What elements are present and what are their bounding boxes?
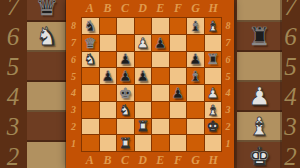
- bg-square-h6: ♜: [237, 22, 282, 52]
- black-pawn[interactable]: ♟: [119, 69, 132, 83]
- bg-rank-right-3: 3: [281, 112, 300, 142]
- bg-rank-left-5: 5: [0, 52, 26, 82]
- rank-label-left-3: 3: [66, 101, 81, 118]
- square-f1[interactable]: [170, 135, 187, 151]
- chess-app: 765432 ♛♞ ♜♟♝♚ 765432 ABCDEFGH 87654321 …: [0, 0, 300, 168]
- square-a4[interactable]: [82, 85, 99, 101]
- bg-rank-left-2: 2: [0, 142, 26, 168]
- square-b8[interactable]: [100, 18, 117, 34]
- square-h5[interactable]: [205, 68, 222, 84]
- file-label-bottom-B: B: [99, 152, 117, 168]
- background-file-h: ♜♟♝♚: [237, 0, 282, 168]
- file-label-bottom-D: D: [134, 152, 152, 168]
- square-a2[interactable]: [82, 119, 99, 135]
- bg-white-king: ♚: [248, 142, 270, 168]
- square-d4[interactable]: [135, 85, 152, 101]
- square-b3[interactable]: [100, 102, 117, 118]
- white-knight[interactable]: ♞: [119, 103, 132, 117]
- bg-square-a6: ♞: [27, 22, 67, 52]
- rank-labels-left: 87654321: [66, 17, 81, 152]
- bg-rank-right-6: 6: [281, 22, 300, 52]
- square-h4[interactable]: ♟: [205, 85, 222, 101]
- rank-label-left-5: 5: [66, 68, 81, 85]
- square-d2[interactable]: ♜: [135, 119, 152, 135]
- square-c7[interactable]: [117, 35, 134, 51]
- white-rook[interactable]: ♜: [119, 136, 132, 150]
- rank-label-left-8: 8: [66, 17, 81, 34]
- square-g6[interactable]: ♟: [187, 52, 204, 68]
- square-c4[interactable]: ♚: [117, 85, 134, 101]
- rank-label-right-4: 4: [222, 85, 234, 102]
- bg-white-pawn: ♟: [248, 82, 270, 112]
- bg-rank-right-2: 2: [281, 142, 300, 168]
- square-c3[interactable]: ♞: [117, 102, 134, 118]
- file-labels-bottom: ABCDEFGH: [81, 152, 222, 168]
- bg-square-h4: ♟: [237, 82, 282, 112]
- rank-label-left-6: 6: [66, 51, 81, 68]
- white-bishop[interactable]: ♝: [206, 19, 219, 33]
- black-pawn[interactable]: ♟: [154, 36, 167, 50]
- square-b1[interactable]: [100, 135, 117, 151]
- square-b5[interactable]: ♟: [100, 68, 117, 84]
- square-h8[interactable]: ♝: [205, 18, 222, 34]
- square-h1[interactable]: [205, 135, 222, 151]
- file-label-top-C: C: [116, 0, 134, 17]
- square-b7[interactable]: [100, 35, 117, 51]
- background-rank-labels-left: 765432: [0, 0, 26, 168]
- square-g3[interactable]: [187, 102, 204, 118]
- bg-square-h5: [237, 52, 282, 82]
- file-label-top-D: D: [134, 0, 152, 17]
- rank-label-right-6: 6: [222, 51, 234, 68]
- file-label-bottom-G: G: [187, 152, 205, 168]
- white-bishop[interactable]: ♝: [206, 103, 219, 117]
- square-f7[interactable]: [170, 35, 187, 51]
- black-pawn[interactable]: ♟: [189, 52, 202, 66]
- square-f4[interactable]: ♟: [170, 85, 187, 101]
- bg-square-h3: ♝: [237, 112, 282, 142]
- rank-label-left-4: 4: [66, 85, 81, 102]
- square-f3[interactable]: [170, 102, 187, 118]
- file-label-top-H: H: [204, 0, 222, 17]
- square-d3[interactable]: [135, 102, 152, 118]
- black-rook[interactable]: ♜: [206, 52, 219, 66]
- square-e7[interactable]: ♟: [152, 35, 169, 51]
- rank-label-right-7: 7: [222, 34, 234, 51]
- file-label-bottom-H: H: [204, 152, 222, 168]
- file-label-bottom-F: F: [169, 152, 187, 168]
- rank-label-right-8: 8: [222, 17, 234, 34]
- file-label-top-F: F: [169, 0, 187, 17]
- rank-label-right-2: 2: [222, 118, 234, 135]
- bg-rank-left-6: 6: [0, 22, 26, 52]
- rank-label-right-3: 3: [222, 101, 234, 118]
- file-label-bottom-C: C: [116, 152, 134, 168]
- bg-square-h7: [237, 0, 282, 22]
- square-h7[interactable]: [205, 35, 222, 51]
- square-g5[interactable]: ♝: [187, 68, 204, 84]
- bg-rank-left-3: 3: [0, 112, 26, 142]
- bg-white-bishop: ♝: [248, 112, 270, 142]
- square-e8[interactable]: [152, 18, 169, 34]
- square-e3[interactable]: [152, 102, 169, 118]
- file-label-top-G: G: [187, 0, 205, 17]
- bg-rank-right-5: 5: [281, 52, 300, 82]
- board-squares: ♞♝♝♛♟♟♞♟♟♜♟♟♟♝♚♟♟♞♝♜♚♜: [81, 17, 222, 152]
- square-d8[interactable]: [135, 18, 152, 34]
- black-king[interactable]: ♚: [119, 86, 132, 100]
- square-b6[interactable]: [100, 52, 117, 68]
- square-g4[interactable]: [187, 85, 204, 101]
- square-f6[interactable]: [170, 52, 187, 68]
- square-b2[interactable]: [100, 119, 117, 135]
- bg-rank-left-4: 4: [0, 82, 26, 112]
- square-g2[interactable]: [187, 119, 204, 135]
- square-c8[interactable]: [117, 18, 134, 34]
- rank-label-left-7: 7: [66, 34, 81, 51]
- square-a3[interactable]: [82, 102, 99, 118]
- bg-square-a4: [27, 82, 67, 112]
- square-a7[interactable]: ♛: [82, 35, 99, 51]
- square-b4[interactable]: [100, 85, 117, 101]
- white-rook[interactable]: ♜: [136, 119, 149, 133]
- square-h6[interactable]: ♜: [205, 52, 222, 68]
- square-f5[interactable]: [170, 68, 187, 84]
- square-f2[interactable]: [170, 119, 187, 135]
- square-d1[interactable]: [135, 135, 152, 151]
- black-pawn[interactable]: ♟: [119, 52, 132, 66]
- rank-label-left-1: 1: [66, 135, 81, 152]
- rank-label-right-1: 1: [222, 135, 234, 152]
- file-label-top-B: B: [99, 0, 117, 17]
- bg-square-a3: [27, 112, 67, 142]
- bg-black-rook: ♜: [248, 22, 270, 52]
- bg-white-knight: ♞: [36, 22, 58, 52]
- square-e4[interactable]: [152, 85, 169, 101]
- bg-rank-right-7: 7: [281, 0, 300, 22]
- square-e1[interactable]: [152, 135, 169, 151]
- square-c1[interactable]: ♜: [117, 135, 134, 151]
- black-pawn[interactable]: ♟: [136, 69, 149, 83]
- black-knight[interactable]: ♞: [84, 19, 97, 33]
- bg-rank-left-7: 7: [0, 0, 26, 22]
- square-h2[interactable]: ♚: [205, 119, 222, 135]
- rank-labels-right: 87654321: [222, 17, 234, 152]
- file-labels-top: ABCDEFGH: [81, 0, 222, 17]
- bg-square-a7: ♛: [27, 0, 67, 22]
- square-d6[interactable]: [135, 52, 152, 68]
- square-e6[interactable]: [152, 52, 169, 68]
- square-f8[interactable]: [170, 18, 187, 34]
- black-pawn[interactable]: ♟: [101, 69, 114, 83]
- bg-black-queen: ♛: [36, 0, 58, 22]
- square-a8[interactable]: ♞: [82, 18, 99, 34]
- square-a5[interactable]: [82, 68, 99, 84]
- square-c2[interactable]: [117, 119, 134, 135]
- bg-square-h2: ♚: [237, 142, 282, 168]
- square-d5[interactable]: ♟: [135, 68, 152, 84]
- background-file-a: ♛♞: [27, 0, 67, 168]
- square-a1[interactable]: [82, 135, 99, 151]
- black-pawn[interactable]: ♟: [171, 86, 184, 100]
- background-rank-labels-right: 765432: [281, 0, 300, 168]
- chessboard: ABCDEFGH 87654321 ♞♝♝♛♟♟♞♟♟♜♟♟♟♝♚♟♟♞♝♜♚♜…: [66, 0, 234, 168]
- rank-label-left-2: 2: [66, 118, 81, 135]
- file-label-bottom-E: E: [152, 152, 170, 168]
- square-c5[interactable]: ♟: [117, 68, 134, 84]
- square-d7[interactable]: ♟: [135, 35, 152, 51]
- white-king[interactable]: ♚: [206, 119, 219, 133]
- white-knight[interactable]: ♞: [84, 52, 97, 66]
- white-pawn[interactable]: ♟: [206, 86, 219, 100]
- square-g8[interactable]: ♝: [187, 18, 204, 34]
- bg-square-a2: [27, 142, 67, 168]
- file-label-top-A: A: [81, 0, 99, 17]
- file-label-bottom-A: A: [81, 152, 99, 168]
- rank-label-right-5: 5: [222, 68, 234, 85]
- bg-square-a5: [27, 52, 67, 82]
- square-a6[interactable]: ♞: [82, 52, 99, 68]
- file-label-top-E: E: [152, 0, 170, 17]
- bg-rank-right-4: 4: [281, 82, 300, 112]
- black-bishop[interactable]: ♝: [189, 19, 202, 33]
- black-queen[interactable]: ♛: [84, 36, 97, 50]
- square-e5[interactable]: [152, 68, 169, 84]
- white-pawn[interactable]: ♟: [136, 36, 149, 50]
- square-c6[interactable]: ♟: [117, 52, 134, 68]
- square-g7[interactable]: [187, 35, 204, 51]
- square-g1[interactable]: [187, 135, 204, 151]
- square-e2[interactable]: [152, 119, 169, 135]
- black-bishop[interactable]: ♝: [189, 69, 202, 83]
- square-h3[interactable]: ♝: [205, 102, 222, 118]
